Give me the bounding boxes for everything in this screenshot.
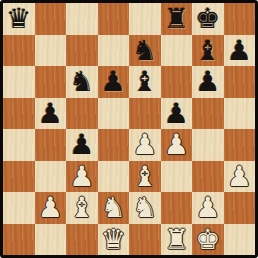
square-d1[interactable]: ♛ xyxy=(98,224,130,256)
piece-black-knight[interactable]: ♞ xyxy=(129,35,161,67)
piece-black-king[interactable]: ♚ xyxy=(192,3,224,35)
piece-black-pawn[interactable]: ♟ xyxy=(224,35,256,67)
square-h2[interactable] xyxy=(224,192,256,224)
square-d8[interactable] xyxy=(98,3,130,35)
piece-black-pawn[interactable]: ♟ xyxy=(66,129,98,161)
square-h6[interactable] xyxy=(224,66,256,98)
piece-black-knight[interactable]: ♞ xyxy=(66,66,98,98)
square-a6[interactable] xyxy=(3,66,35,98)
square-f8[interactable]: ♜ xyxy=(161,3,193,35)
piece-white-pawn[interactable]: ♟ xyxy=(35,192,67,224)
square-e5[interactable] xyxy=(129,98,161,130)
piece-white-pawn[interactable]: ♟ xyxy=(129,129,161,161)
square-b8[interactable] xyxy=(35,3,67,35)
piece-white-pawn[interactable]: ♟ xyxy=(66,161,98,193)
chess-board-frame: ♛♜♚♞♝♟♞♟♝♟♟♟♟♟♟♟♝♟♟♝♞♞♟♛♜♚ xyxy=(0,0,258,258)
square-f1[interactable]: ♜ xyxy=(161,224,193,256)
square-c3[interactable]: ♟ xyxy=(66,161,98,193)
square-h8[interactable] xyxy=(224,3,256,35)
square-a4[interactable] xyxy=(3,129,35,161)
square-d7[interactable] xyxy=(98,35,130,67)
square-b6[interactable] xyxy=(35,66,67,98)
square-h7[interactable]: ♟ xyxy=(224,35,256,67)
square-b2[interactable]: ♟ xyxy=(35,192,67,224)
square-e7[interactable]: ♞ xyxy=(129,35,161,67)
square-g6[interactable]: ♟ xyxy=(192,66,224,98)
square-h5[interactable] xyxy=(224,98,256,130)
piece-white-rook[interactable]: ♜ xyxy=(161,224,193,256)
piece-black-rook[interactable]: ♜ xyxy=(161,3,193,35)
piece-white-king[interactable]: ♚ xyxy=(192,224,224,256)
square-f6[interactable] xyxy=(161,66,193,98)
square-f2[interactable] xyxy=(161,192,193,224)
piece-white-knight[interactable]: ♞ xyxy=(98,192,130,224)
square-c6[interactable]: ♞ xyxy=(66,66,98,98)
square-b1[interactable] xyxy=(35,224,67,256)
piece-white-queen[interactable]: ♛ xyxy=(98,224,130,256)
square-b5[interactable]: ♟ xyxy=(35,98,67,130)
square-c5[interactable] xyxy=(66,98,98,130)
square-h1[interactable] xyxy=(224,224,256,256)
square-g8[interactable]: ♚ xyxy=(192,3,224,35)
square-f4[interactable]: ♟ xyxy=(161,129,193,161)
piece-white-knight[interactable]: ♞ xyxy=(129,192,161,224)
square-d6[interactable]: ♟ xyxy=(98,66,130,98)
square-d3[interactable] xyxy=(98,161,130,193)
square-h3[interactable]: ♟ xyxy=(224,161,256,193)
piece-black-pawn[interactable]: ♟ xyxy=(98,66,130,98)
chess-board: ♛♜♚♞♝♟♞♟♝♟♟♟♟♟♟♟♝♟♟♝♞♞♟♛♜♚ xyxy=(3,3,255,255)
square-b7[interactable] xyxy=(35,35,67,67)
square-f5[interactable]: ♟ xyxy=(161,98,193,130)
square-c7[interactable] xyxy=(66,35,98,67)
piece-black-bishop[interactable]: ♝ xyxy=(129,66,161,98)
square-d5[interactable] xyxy=(98,98,130,130)
square-d2[interactable]: ♞ xyxy=(98,192,130,224)
piece-black-bishop[interactable]: ♝ xyxy=(192,35,224,67)
square-b4[interactable] xyxy=(35,129,67,161)
square-a7[interactable] xyxy=(3,35,35,67)
square-e3[interactable]: ♝ xyxy=(129,161,161,193)
square-g2[interactable]: ♟ xyxy=(192,192,224,224)
square-e2[interactable]: ♞ xyxy=(129,192,161,224)
piece-white-pawn[interactable]: ♟ xyxy=(192,192,224,224)
square-c1[interactable] xyxy=(66,224,98,256)
square-d4[interactable] xyxy=(98,129,130,161)
square-e6[interactable]: ♝ xyxy=(129,66,161,98)
piece-white-bishop[interactable]: ♝ xyxy=(129,161,161,193)
square-a5[interactable] xyxy=(3,98,35,130)
piece-black-pawn[interactable]: ♟ xyxy=(35,98,67,130)
piece-black-pawn[interactable]: ♟ xyxy=(161,98,193,130)
piece-white-bishop[interactable]: ♝ xyxy=(66,192,98,224)
square-c2[interactable]: ♝ xyxy=(66,192,98,224)
square-g7[interactable]: ♝ xyxy=(192,35,224,67)
square-b3[interactable] xyxy=(35,161,67,193)
square-e1[interactable] xyxy=(129,224,161,256)
square-f7[interactable] xyxy=(161,35,193,67)
square-g4[interactable] xyxy=(192,129,224,161)
piece-black-queen[interactable]: ♛ xyxy=(3,3,35,35)
square-c8[interactable] xyxy=(66,3,98,35)
square-c4[interactable]: ♟ xyxy=(66,129,98,161)
square-g1[interactable]: ♚ xyxy=(192,224,224,256)
square-e8[interactable] xyxy=(129,3,161,35)
square-a3[interactable] xyxy=(3,161,35,193)
square-a2[interactable] xyxy=(3,192,35,224)
square-g3[interactable] xyxy=(192,161,224,193)
piece-white-pawn[interactable]: ♟ xyxy=(224,161,256,193)
piece-black-pawn[interactable]: ♟ xyxy=(192,66,224,98)
square-a1[interactable] xyxy=(3,224,35,256)
square-g5[interactable] xyxy=(192,98,224,130)
piece-white-pawn[interactable]: ♟ xyxy=(161,129,193,161)
square-e4[interactable]: ♟ xyxy=(129,129,161,161)
square-h4[interactable] xyxy=(224,129,256,161)
square-f3[interactable] xyxy=(161,161,193,193)
square-a8[interactable]: ♛ xyxy=(3,3,35,35)
